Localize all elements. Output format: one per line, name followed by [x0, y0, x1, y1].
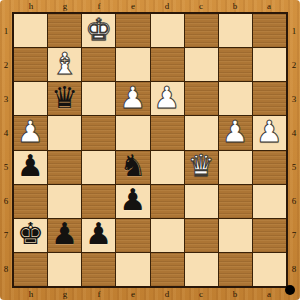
square-f3[interactable]	[82, 82, 115, 115]
square-b4[interactable]: ♟	[219, 116, 252, 149]
square-h2[interactable]	[14, 48, 47, 81]
file-label-d: d	[150, 0, 184, 12]
black-to-move-indicator-dot	[285, 285, 295, 295]
file-label-a: a	[252, 0, 286, 12]
square-b8[interactable]	[219, 253, 252, 286]
square-d7[interactable]	[151, 219, 184, 252]
square-d6[interactable]	[151, 185, 184, 218]
square-g5[interactable]	[48, 151, 81, 184]
piece-black-king-h7[interactable]: ♚	[17, 219, 44, 249]
square-c2[interactable]	[185, 48, 218, 81]
file-labels-bottom: hgfedcba	[14, 288, 286, 300]
board-frame: ♚♝♛♟♟♟♟♟♟♞♛♟♚♟♟	[12, 12, 288, 288]
piece-black-pawn-f7[interactable]: ♟	[85, 219, 112, 249]
rank-label-1: 1	[0, 14, 12, 48]
square-b2[interactable]	[219, 48, 252, 81]
square-e6[interactable]: ♟	[116, 185, 149, 218]
piece-black-pawn-h5[interactable]: ♟	[17, 151, 44, 181]
square-d2[interactable]	[151, 48, 184, 81]
file-label-e: e	[116, 288, 150, 300]
rank-labels-left: 12345678	[0, 14, 12, 286]
square-h6[interactable]	[14, 185, 47, 218]
rank-labels-right: 12345678	[288, 14, 300, 286]
board-grid: ♚♝♛♟♟♟♟♟♟♞♛♟♚♟♟	[14, 14, 286, 286]
square-f2[interactable]	[82, 48, 115, 81]
file-label-h: h	[14, 288, 48, 300]
piece-white-pawn-b4[interactable]: ♟	[222, 117, 249, 147]
piece-white-queen-c5[interactable]: ♛	[188, 151, 215, 181]
square-c3[interactable]	[185, 82, 218, 115]
square-a2[interactable]	[253, 48, 286, 81]
square-h4[interactable]: ♟	[14, 116, 47, 149]
square-c6[interactable]	[185, 185, 218, 218]
square-h7[interactable]: ♚	[14, 219, 47, 252]
square-d3[interactable]: ♟	[151, 82, 184, 115]
file-labels-top: hgfedcba	[14, 0, 286, 12]
file-label-d: d	[150, 288, 184, 300]
piece-white-pawn-e3[interactable]: ♟	[119, 83, 146, 113]
square-e1[interactable]	[116, 14, 149, 47]
square-b3[interactable]	[219, 82, 252, 115]
square-c5[interactable]: ♛	[185, 151, 218, 184]
square-f7[interactable]: ♟	[82, 219, 115, 252]
square-g1[interactable]	[48, 14, 81, 47]
square-g7[interactable]: ♟	[48, 219, 81, 252]
square-b6[interactable]	[219, 185, 252, 218]
square-g6[interactable]	[48, 185, 81, 218]
square-e8[interactable]	[116, 253, 149, 286]
file-label-c: c	[184, 288, 218, 300]
file-label-e: e	[116, 0, 150, 12]
square-h3[interactable]	[14, 82, 47, 115]
square-g4[interactable]	[48, 116, 81, 149]
rank-label-2: 2	[0, 48, 12, 82]
square-b7[interactable]	[219, 219, 252, 252]
piece-white-king-f1[interactable]: ♚	[85, 15, 112, 45]
rank-label-6: 6	[0, 184, 12, 218]
rank-label-5: 5	[0, 150, 12, 184]
square-e4[interactable]	[116, 116, 149, 149]
file-label-b: b	[218, 0, 252, 12]
square-c8[interactable]	[185, 253, 218, 286]
rank-label-3: 3	[288, 82, 300, 116]
square-h8[interactable]	[14, 253, 47, 286]
rank-label-4: 4	[0, 116, 12, 150]
square-e7[interactable]	[116, 219, 149, 252]
square-d4[interactable]	[151, 116, 184, 149]
piece-white-bishop-g2[interactable]: ♝	[51, 49, 78, 79]
square-a8[interactable]	[253, 253, 286, 286]
square-f1[interactable]: ♚	[82, 14, 115, 47]
piece-black-knight-e5[interactable]: ♞	[119, 151, 146, 181]
piece-black-pawn-e6[interactable]: ♟	[119, 185, 146, 215]
square-a4[interactable]: ♟	[253, 116, 286, 149]
square-c7[interactable]	[185, 219, 218, 252]
square-b5[interactable]	[219, 151, 252, 184]
square-d8[interactable]	[151, 253, 184, 286]
square-a3[interactable]	[253, 82, 286, 115]
rank-label-7: 7	[0, 218, 12, 252]
square-c4[interactable]	[185, 116, 218, 149]
rank-label-5: 5	[288, 150, 300, 184]
rank-label-8: 8	[0, 252, 12, 286]
square-c1[interactable]	[185, 14, 218, 47]
square-a1[interactable]	[253, 14, 286, 47]
square-g2[interactable]: ♝	[48, 48, 81, 81]
square-b1[interactable]	[219, 14, 252, 47]
rank-label-8: 8	[288, 252, 300, 286]
square-f8[interactable]	[82, 253, 115, 286]
square-f4[interactable]	[82, 116, 115, 149]
square-a7[interactable]	[253, 219, 286, 252]
file-label-a: a	[252, 288, 286, 300]
piece-white-pawn-a4[interactable]: ♟	[256, 117, 283, 147]
square-e3[interactable]: ♟	[116, 82, 149, 115]
square-f6[interactable]	[82, 185, 115, 218]
file-label-f: f	[82, 288, 116, 300]
file-label-g: g	[48, 0, 82, 12]
square-e2[interactable]	[116, 48, 149, 81]
rank-label-3: 3	[0, 82, 12, 116]
rank-label-7: 7	[288, 218, 300, 252]
rank-label-1: 1	[288, 14, 300, 48]
file-label-h: h	[14, 0, 48, 12]
file-label-b: b	[218, 288, 252, 300]
square-h1[interactable]	[14, 14, 47, 47]
square-g3[interactable]: ♛	[48, 82, 81, 115]
square-d1[interactable]	[151, 14, 184, 47]
square-e5[interactable]: ♞	[116, 151, 149, 184]
square-g8[interactable]	[48, 253, 81, 286]
file-label-c: c	[184, 0, 218, 12]
rank-label-2: 2	[288, 48, 300, 82]
square-a5[interactable]	[253, 151, 286, 184]
square-a6[interactable]	[253, 185, 286, 218]
piece-black-queen-g3[interactable]: ♛	[51, 83, 78, 113]
chessboard: hgfedcba hgfedcba 12345678 12345678 ♚♝♛♟…	[0, 0, 300, 300]
square-d5[interactable]	[151, 151, 184, 184]
square-h5[interactable]: ♟	[14, 151, 47, 184]
piece-white-pawn-h4[interactable]: ♟	[17, 117, 44, 147]
file-label-f: f	[82, 0, 116, 12]
piece-black-pawn-g7[interactable]: ♟	[51, 219, 78, 249]
piece-white-pawn-d3[interactable]: ♟	[154, 83, 181, 113]
file-label-g: g	[48, 288, 82, 300]
rank-label-4: 4	[288, 116, 300, 150]
square-f5[interactable]	[82, 151, 115, 184]
rank-label-6: 6	[288, 184, 300, 218]
